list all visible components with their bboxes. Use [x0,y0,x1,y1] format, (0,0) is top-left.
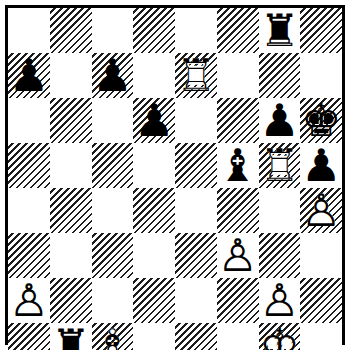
square-h5[interactable]: ♟ [300,143,342,188]
square-d7[interactable] [133,53,175,98]
white-pawn: ♟♙ [9,278,49,323]
square-a3[interactable] [8,233,50,278]
square-a1[interactable] [8,323,50,350]
square-a4[interactable] [8,188,50,233]
white-pawn: ♟♙ [217,233,257,278]
black-pawn: ♟ [134,98,174,143]
square-f6[interactable] [217,98,259,143]
white-bishop-glyph: ♗ [92,319,132,350]
white-rook-glyph: ♖ [176,49,216,102]
square-c5[interactable] [92,143,134,188]
square-e4[interactable] [175,188,217,233]
board-frame: ♜♟♟♜♖♟♟♚♝♜♖♟♟♙♟♙♟♙♟♙♜♝♗♚♔ [5,5,345,345]
white-rook: ♜♖ [259,143,299,188]
square-g5[interactable]: ♜♖ [259,143,301,188]
square-h1[interactable] [300,323,342,350]
square-e3[interactable] [175,233,217,278]
white-pawn-glyph: ♙ [9,274,49,327]
square-f5[interactable]: ♝ [217,143,259,188]
square-g3[interactable] [259,233,301,278]
square-c1[interactable]: ♝♗ [92,323,134,350]
square-g4[interactable] [259,188,301,233]
white-king: ♚♔ [259,323,299,350]
square-b7[interactable] [50,53,92,98]
square-f8[interactable] [217,8,259,53]
square-h7[interactable] [300,53,342,98]
black-pawn: ♟ [301,143,341,188]
black-pawn: ♟ [9,53,49,98]
square-g6[interactable]: ♟ [259,98,301,143]
square-d4[interactable] [133,188,175,233]
square-g2[interactable]: ♟♙ [259,278,301,323]
square-c3[interactable] [92,233,134,278]
square-f2[interactable] [217,278,259,323]
square-e7[interactable]: ♜♖ [175,53,217,98]
black-rook: ♜ [50,323,90,350]
square-d1[interactable] [133,323,175,350]
square-h3[interactable] [300,233,342,278]
square-h6[interactable]: ♚ [300,98,342,143]
white-pawn-glyph: ♙ [301,184,341,237]
square-b2[interactable] [50,278,92,323]
square-b6[interactable] [50,98,92,143]
square-b4[interactable] [50,188,92,233]
black-king: ♚ [301,98,341,143]
square-d6[interactable]: ♟ [133,98,175,143]
square-d3[interactable] [133,233,175,278]
square-f4[interactable] [217,188,259,233]
square-e1[interactable] [175,323,217,350]
square-d8[interactable] [133,8,175,53]
square-e8[interactable] [175,8,217,53]
square-f1[interactable] [217,323,259,350]
square-h8[interactable] [300,8,342,53]
white-pawn: ♟♙ [259,278,299,323]
black-rook: ♜ [259,8,299,53]
square-a8[interactable] [8,8,50,53]
chess-board: ♜♟♟♜♖♟♟♚♝♜♖♟♟♙♟♙♟♙♟♙♜♝♗♚♔ [8,8,342,342]
square-d2[interactable] [133,278,175,323]
white-pawn: ♟♙ [301,188,341,233]
square-d5[interactable] [133,143,175,188]
square-a2[interactable]: ♟♙ [8,278,50,323]
square-b1[interactable]: ♜ [50,323,92,350]
white-rook: ♜♖ [176,53,216,98]
square-e6[interactable] [175,98,217,143]
square-a5[interactable] [8,143,50,188]
square-f7[interactable] [217,53,259,98]
square-h2[interactable] [300,278,342,323]
square-g1[interactable]: ♚♔ [259,323,301,350]
black-bishop: ♝ [217,143,257,188]
square-e5[interactable] [175,143,217,188]
square-f3[interactable]: ♟♙ [217,233,259,278]
square-c4[interactable] [92,188,134,233]
white-bishop: ♝♗ [92,323,132,350]
white-rook-glyph: ♖ [259,139,299,192]
square-h4[interactable]: ♟♙ [300,188,342,233]
square-e2[interactable] [175,278,217,323]
square-g7[interactable] [259,53,301,98]
square-g8[interactable]: ♜ [259,8,301,53]
square-c2[interactable] [92,278,134,323]
chess-diagram-page: ♜♟♟♜♖♟♟♚♝♜♖♟♟♙♟♙♟♙♟♙♜♝♗♚♔ [0,0,350,350]
square-a7[interactable]: ♟ [8,53,50,98]
white-pawn-glyph: ♙ [217,229,257,282]
square-b8[interactable] [50,8,92,53]
black-pawn: ♟ [259,98,299,143]
black-pawn: ♟ [92,53,132,98]
square-a6[interactable] [8,98,50,143]
square-b3[interactable] [50,233,92,278]
white-king-glyph: ♔ [259,319,299,350]
square-c8[interactable] [92,8,134,53]
square-b5[interactable] [50,143,92,188]
square-c7[interactable]: ♟ [92,53,134,98]
square-c6[interactable] [92,98,134,143]
